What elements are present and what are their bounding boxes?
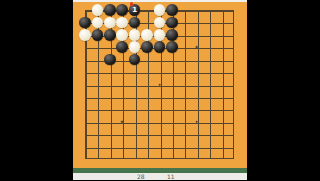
board-cell[interactable] — [166, 91, 178, 103]
board-cell[interactable] — [116, 4, 128, 16]
board-cell[interactable] — [215, 4, 227, 16]
board-cell[interactable] — [228, 115, 240, 127]
board-cell[interactable] — [104, 128, 116, 140]
board-cell[interactable] — [91, 16, 103, 28]
board-cell[interactable] — [116, 66, 128, 78]
white-stone — [79, 29, 91, 41]
board-cell[interactable] — [228, 16, 240, 28]
board-cell[interactable] — [228, 4, 240, 16]
board-cell[interactable] — [153, 16, 165, 28]
board-cell[interactable] — [141, 153, 153, 165]
board-cell[interactable] — [141, 4, 153, 16]
board-cell[interactable] — [91, 140, 103, 152]
board-cell[interactable] — [104, 66, 116, 78]
caption-right-value: 11 — [167, 173, 175, 180]
board-cell[interactable] — [153, 41, 165, 53]
board-cell[interactable] — [228, 128, 240, 140]
board-cell[interactable] — [153, 29, 165, 41]
board-cell[interactable] — [178, 140, 190, 152]
board-cell[interactable] — [215, 115, 227, 127]
board-cell[interactable] — [215, 78, 227, 90]
board-cell[interactable] — [153, 128, 165, 140]
black-stone — [166, 41, 178, 53]
board-cell[interactable] — [91, 103, 103, 115]
black-stone: 1 — [129, 4, 141, 16]
board-cell[interactable] — [166, 103, 178, 115]
board-cell[interactable] — [116, 115, 128, 127]
board-cell[interactable] — [79, 140, 91, 152]
black-stone — [166, 4, 178, 16]
black-stone — [154, 41, 166, 53]
board-cell[interactable] — [228, 41, 240, 53]
letterbox-right — [247, 0, 320, 180]
board-cell[interactable] — [79, 153, 91, 165]
board-cell[interactable] — [116, 103, 128, 115]
board-cell[interactable] — [141, 53, 153, 65]
board-cell[interactable] — [203, 53, 215, 65]
board-cell[interactable] — [116, 128, 128, 140]
white-stone — [116, 17, 128, 29]
board-cell[interactable] — [79, 115, 91, 127]
board-cell[interactable] — [128, 115, 140, 127]
board-cell[interactable] — [190, 53, 202, 65]
black-stone — [104, 29, 116, 41]
board-cell[interactable] — [104, 4, 116, 16]
board-cell[interactable] — [178, 115, 190, 127]
board-cell[interactable] — [166, 66, 178, 78]
board-cell[interactable] — [79, 128, 91, 140]
board-cell[interactable] — [166, 41, 178, 53]
black-stone — [79, 17, 91, 29]
board-cell[interactable] — [141, 66, 153, 78]
white-stone — [154, 29, 166, 41]
board-cell[interactable] — [203, 103, 215, 115]
black-stone — [129, 17, 141, 29]
board-cell[interactable] — [91, 91, 103, 103]
board-cell[interactable] — [228, 78, 240, 90]
board-cell[interactable] — [178, 153, 190, 165]
board-cell[interactable] — [104, 140, 116, 152]
board-grid[interactable]: 1 — [79, 4, 241, 166]
board-cell[interactable] — [215, 41, 227, 53]
app-viewport: 1 28 11 — [73, 0, 247, 180]
black-stone — [116, 41, 128, 53]
board-cell[interactable] — [166, 4, 178, 16]
board-cell[interactable] — [228, 66, 240, 78]
board-cell[interactable] — [215, 16, 227, 28]
board-cell[interactable] — [128, 128, 140, 140]
board-cell[interactable] — [190, 153, 202, 165]
board-cell[interactable] — [104, 16, 116, 28]
board-cell[interactable] — [203, 128, 215, 140]
board-cell[interactable] — [91, 128, 103, 140]
board-cell[interactable] — [228, 91, 240, 103]
board-cell[interactable] — [116, 16, 128, 28]
white-stone — [104, 17, 116, 29]
board-cell[interactable] — [153, 66, 165, 78]
black-stone — [104, 4, 116, 16]
board-cell[interactable] — [228, 103, 240, 115]
board-cell[interactable] — [91, 153, 103, 165]
board-cell[interactable] — [91, 4, 103, 16]
board-cell[interactable] — [116, 140, 128, 152]
board-cell[interactable] — [116, 78, 128, 90]
board-cell[interactable] — [228, 153, 240, 165]
white-stone — [92, 4, 104, 16]
board-cell[interactable] — [153, 140, 165, 152]
board-cell[interactable] — [128, 91, 140, 103]
caption-bar: 28 11 — [73, 173, 247, 181]
board-cell[interactable] — [104, 78, 116, 90]
board-cell[interactable] — [215, 29, 227, 41]
board-cell[interactable] — [166, 16, 178, 28]
board-cell[interactable] — [203, 29, 215, 41]
board-cell[interactable] — [104, 29, 116, 41]
board-cell[interactable] — [153, 153, 165, 165]
board-cell[interactable] — [215, 153, 227, 165]
black-stone — [92, 29, 104, 41]
move-number-label: 1 — [132, 7, 137, 14]
board-cell[interactable] — [79, 91, 91, 103]
black-stone — [129, 54, 141, 66]
board-cell[interactable] — [178, 4, 190, 16]
board-cell[interactable] — [141, 115, 153, 127]
board-cell[interactable] — [104, 41, 116, 53]
letterbox-left — [0, 0, 73, 180]
board-cell[interactable] — [104, 115, 116, 127]
board-cell[interactable] — [128, 140, 140, 152]
board-cell[interactable] — [79, 16, 91, 28]
board-cell[interactable] — [79, 66, 91, 78]
board-cell[interactable] — [141, 103, 153, 115]
white-stone — [129, 41, 141, 53]
board-cell[interactable] — [190, 66, 202, 78]
black-stone — [141, 41, 153, 53]
board-cell[interactable] — [228, 29, 240, 41]
black-stone — [104, 54, 116, 66]
board-cell[interactable] — [190, 103, 202, 115]
black-stone — [166, 17, 178, 29]
board-cell[interactable] — [215, 91, 227, 103]
board-cell[interactable] — [153, 103, 165, 115]
board-cell[interactable] — [91, 78, 103, 90]
board-cell[interactable] — [153, 53, 165, 65]
board-cell[interactable] — [190, 41, 202, 53]
board-cell[interactable] — [128, 103, 140, 115]
board-cell[interactable]: 1 — [128, 4, 140, 16]
board-cell[interactable] — [128, 16, 140, 28]
board-cell[interactable] — [91, 53, 103, 65]
board-cell[interactable] — [203, 115, 215, 127]
board-cell[interactable] — [203, 4, 215, 16]
board-cell[interactable] — [178, 91, 190, 103]
board-cell[interactable] — [190, 4, 202, 16]
board-cell[interactable] — [141, 140, 153, 152]
white-stone — [154, 17, 166, 29]
caption-left-value: 28 — [137, 173, 145, 180]
board-cell[interactable] — [190, 16, 202, 28]
board-cells: 1 — [79, 4, 240, 165]
board-cell[interactable] — [215, 140, 227, 152]
board-cell[interactable] — [128, 153, 140, 165]
board-cell[interactable] — [116, 153, 128, 165]
board-cell[interactable] — [178, 66, 190, 78]
board-cell[interactable] — [178, 53, 190, 65]
board-cell[interactable] — [166, 78, 178, 90]
board-cell[interactable] — [91, 66, 103, 78]
board-cell[interactable] — [153, 91, 165, 103]
white-stone — [129, 29, 141, 41]
board-cell[interactable] — [203, 16, 215, 28]
white-stone — [141, 29, 153, 41]
board-cell[interactable] — [128, 53, 140, 65]
board-cell[interactable] — [141, 91, 153, 103]
board-cell[interactable] — [104, 153, 116, 165]
board-cell[interactable] — [153, 4, 165, 16]
board-cell[interactable] — [215, 53, 227, 65]
board-cell[interactable] — [116, 91, 128, 103]
board-cell[interactable] — [190, 91, 202, 103]
board-cell[interactable] — [178, 41, 190, 53]
board-cell[interactable] — [128, 78, 140, 90]
board-cell[interactable] — [104, 91, 116, 103]
board-cell[interactable] — [79, 4, 91, 16]
board-cell[interactable] — [116, 41, 128, 53]
board-cell[interactable] — [153, 78, 165, 90]
board-cell[interactable] — [178, 103, 190, 115]
board-cell[interactable] — [79, 78, 91, 90]
board-cell[interactable] — [91, 29, 103, 41]
white-stone — [92, 17, 104, 29]
board-cell[interactable] — [141, 16, 153, 28]
board-cell[interactable] — [116, 53, 128, 65]
board-cell[interactable] — [203, 66, 215, 78]
white-stone — [116, 29, 128, 41]
board-cell[interactable] — [79, 53, 91, 65]
board-cell[interactable] — [141, 78, 153, 90]
board-cell[interactable] — [203, 140, 215, 152]
black-stone — [116, 4, 128, 16]
board-cell[interactable] — [215, 103, 227, 115]
board-cell[interactable] — [178, 78, 190, 90]
board-cell[interactable] — [116, 29, 128, 41]
board-cell[interactable] — [215, 128, 227, 140]
board-cell[interactable] — [203, 41, 215, 53]
board-cell[interactable] — [91, 41, 103, 53]
board-cell[interactable] — [141, 128, 153, 140]
board-cell[interactable] — [128, 29, 140, 41]
go-board: 1 — [73, 2, 247, 168]
board-cell[interactable] — [178, 16, 190, 28]
board-cell[interactable] — [141, 29, 153, 41]
board-cell[interactable] — [228, 140, 240, 152]
board-cell[interactable] — [203, 78, 215, 90]
board-cell[interactable] — [153, 115, 165, 127]
board-cell[interactable] — [128, 66, 140, 78]
board-cell[interactable] — [166, 53, 178, 65]
board-cell[interactable] — [215, 66, 227, 78]
board-cell[interactable] — [203, 91, 215, 103]
board-cell[interactable] — [166, 140, 178, 152]
board-cell[interactable] — [190, 29, 202, 41]
board-cell[interactable] — [190, 115, 202, 127]
board-cell[interactable] — [190, 78, 202, 90]
board-cell[interactable] — [79, 41, 91, 53]
board-cell[interactable] — [91, 115, 103, 127]
board-cell[interactable] — [166, 153, 178, 165]
board-cell[interactable] — [128, 41, 140, 53]
white-stone — [154, 4, 166, 16]
board-cell[interactable] — [190, 128, 202, 140]
board-cell[interactable] — [166, 128, 178, 140]
board-cell[interactable] — [166, 29, 178, 41]
board-cell[interactable] — [79, 29, 91, 41]
board-cell[interactable] — [141, 41, 153, 53]
black-stone — [166, 29, 178, 41]
board-cell[interactable] — [104, 53, 116, 65]
board-cell[interactable] — [228, 53, 240, 65]
board-cell[interactable] — [203, 153, 215, 165]
board-cell[interactable] — [190, 140, 202, 152]
board-cell[interactable] — [104, 103, 116, 115]
board-cell[interactable] — [178, 128, 190, 140]
board-cell[interactable] — [178, 29, 190, 41]
board-cell[interactable] — [79, 103, 91, 115]
board-cell[interactable] — [166, 115, 178, 127]
